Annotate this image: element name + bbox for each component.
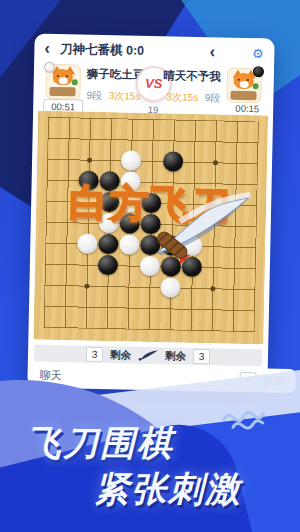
star-point <box>213 160 218 165</box>
dagger-count-right: 3 <box>193 349 210 364</box>
dagger-count-left: 3 <box>86 347 103 362</box>
black-stone-badge <box>253 66 264 77</box>
player-right-byoyomi: 3次15s <box>166 91 198 103</box>
go-board[interactable]: 白方飞刀 <box>33 111 268 345</box>
player-right-rank: 9段 <box>205 92 221 103</box>
game-card: ‹ 刀神七番棋 0:0 ‹ ⚙ <box>27 34 274 393</box>
avatar-left[interactable] <box>45 64 81 100</box>
dagger-right-label: 剩余 <box>165 349 186 363</box>
star-point <box>210 286 215 291</box>
app-screen: ‹ 刀神七番棋 0:0 ‹ ⚙ <box>0 0 300 532</box>
headline-line2: 紧张刺激 <box>94 466 242 513</box>
player-left-rank: 9段 <box>86 90 102 101</box>
back-icon[interactable]: ‹ <box>44 41 50 57</box>
match-title: 刀神七番棋 0:0 <box>60 41 144 60</box>
players-bar: 狮子吃土豆 9段 3次15s 00:51 VS 19 <box>33 62 274 116</box>
collapse-icon[interactable]: ‹ <box>210 44 216 60</box>
settings-gear-icon[interactable]: ⚙ <box>249 45 266 62</box>
player-right-timer: 00:15 <box>235 103 259 114</box>
dagger-left-label: 剩余 <box>110 348 131 362</box>
avatar-right[interactable] <box>226 68 262 104</box>
player-right: 晴天不予我 3次15s 9段 <box>156 66 262 106</box>
dagger-graphic <box>147 187 255 269</box>
player-right-name: 晴天不予我 <box>163 68 221 84</box>
dagger-icon <box>137 349 159 362</box>
star-point <box>87 158 92 163</box>
star-point <box>84 284 89 289</box>
headline-line1: 飞刀围棋 <box>26 420 174 467</box>
